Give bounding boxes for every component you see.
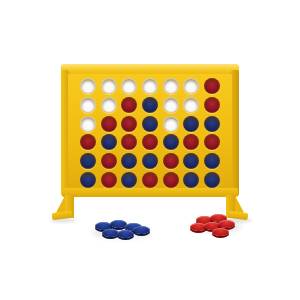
- blue-disc: [80, 153, 96, 169]
- board-right-rail: [231, 70, 239, 196]
- blue-disc: [101, 134, 117, 150]
- red-disc: [121, 134, 137, 150]
- empty-hole: [80, 97, 96, 113]
- empty-hole: [163, 97, 179, 113]
- cell-r2-c4: [140, 96, 161, 115]
- red-disc: [142, 134, 158, 150]
- empty-hole: [163, 116, 179, 132]
- cell-r3-c1: [78, 114, 99, 133]
- blue-disc: [183, 153, 199, 169]
- cell-r1-c3: [119, 77, 140, 96]
- blue-disc: [121, 172, 137, 188]
- red-disc: [80, 134, 96, 150]
- blue-disc: [183, 172, 199, 188]
- cell-r1-c1: [78, 77, 99, 96]
- cell-r5-c4: [140, 152, 161, 171]
- empty-hole: [142, 78, 158, 94]
- cell-r6-c3: [119, 170, 140, 189]
- blue-disc: [204, 172, 220, 188]
- red-disc: [163, 172, 179, 188]
- cell-r5-c3: [119, 152, 140, 171]
- blue-loose-disc-6: [133, 226, 150, 234]
- empty-hole: [163, 78, 179, 94]
- cell-r3-c6: [181, 114, 202, 133]
- empty-hole: [80, 116, 96, 132]
- red-disc: [121, 97, 137, 113]
- cell-r1-c2: [99, 77, 120, 96]
- cell-r5-c5: [160, 152, 181, 171]
- cell-r6-c1: [78, 170, 99, 189]
- blue-disc: [204, 153, 220, 169]
- cell-r3-c3: [119, 114, 140, 133]
- red-disc: [204, 97, 220, 113]
- cell-r5-c7: [201, 152, 222, 171]
- cell-r1-c5: [160, 77, 181, 96]
- cell-r6-c7: [201, 170, 222, 189]
- empty-hole: [101, 97, 117, 113]
- board-grid: [68, 74, 232, 192]
- cell-r5-c1: [78, 152, 99, 171]
- empty-hole: [121, 78, 137, 94]
- red-disc: [183, 134, 199, 150]
- cell-r6-c4: [140, 170, 161, 189]
- empty-hole: [80, 78, 96, 94]
- red-disc: [204, 78, 220, 94]
- red-disc: [121, 116, 137, 132]
- cell-r4-c7: [201, 133, 222, 152]
- blue-disc: [163, 134, 179, 150]
- board-bottom-bar: [62, 188, 238, 197]
- cell-r4-c2: [99, 133, 120, 152]
- cell-r5-c6: [181, 152, 202, 171]
- red-disc: [101, 172, 117, 188]
- cell-r1-c4: [140, 77, 161, 96]
- cell-r2-c2: [99, 96, 120, 115]
- red-loose-disc-6: [212, 228, 229, 236]
- cell-r2-c6: [181, 96, 202, 115]
- connect-four-scene: [0, 0, 300, 300]
- empty-hole: [183, 97, 199, 113]
- cell-r1-c6: [181, 77, 202, 96]
- cell-r3-c2: [99, 114, 120, 133]
- cell-r1-c7: [201, 77, 222, 96]
- blue-disc: [204, 116, 220, 132]
- blue-disc: [142, 97, 158, 113]
- cell-r2-c5: [160, 96, 181, 115]
- cell-r2-c7: [201, 96, 222, 115]
- cell-r2-c1: [78, 96, 99, 115]
- cell-r4-c4: [140, 133, 161, 152]
- blue-disc: [142, 116, 158, 132]
- cell-r3-c7: [201, 114, 222, 133]
- cell-r4-c5: [160, 133, 181, 152]
- blue-disc: [121, 153, 137, 169]
- cell-r3-c4: [140, 114, 161, 133]
- red-disc: [101, 153, 117, 169]
- cell-r6-c5: [160, 170, 181, 189]
- cell-r3-c5: [160, 114, 181, 133]
- blue-disc: [142, 153, 158, 169]
- cell-r6-c2: [99, 170, 120, 189]
- cell-r4-c3: [119, 133, 140, 152]
- red-disc: [142, 172, 158, 188]
- blue-loose-disc-5: [117, 230, 134, 238]
- red-disc: [101, 116, 117, 132]
- blue-disc: [80, 172, 96, 188]
- red-disc: [204, 134, 220, 150]
- cell-r4-c1: [78, 133, 99, 152]
- connect-four-board: [0, 0, 300, 300]
- blue-disc: [183, 116, 199, 132]
- empty-hole: [101, 78, 117, 94]
- cell-r5-c2: [99, 152, 120, 171]
- empty-hole: [183, 78, 199, 94]
- cell-r2-c3: [119, 96, 140, 115]
- cell-r6-c6: [181, 170, 202, 189]
- red-disc: [163, 153, 179, 169]
- red-loose-disc-5: [218, 220, 235, 228]
- cell-r4-c6: [181, 133, 202, 152]
